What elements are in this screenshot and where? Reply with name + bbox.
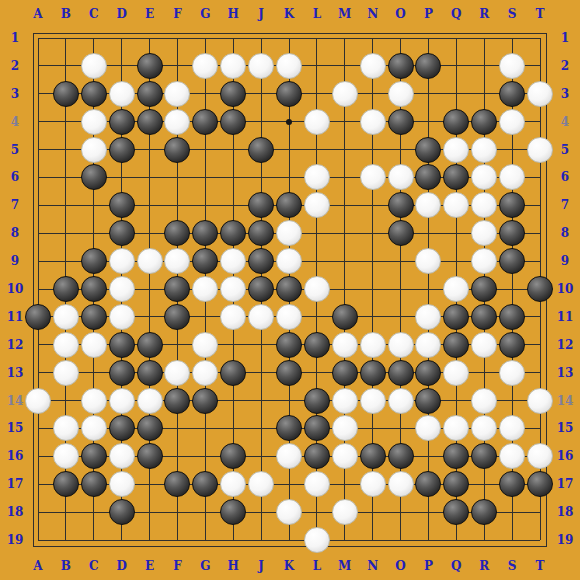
white-stone-N4[interactable] bbox=[360, 109, 386, 135]
white-stone-L7[interactable] bbox=[304, 192, 330, 218]
white-stone-T14[interactable] bbox=[527, 388, 553, 414]
white-stone-Q5[interactable] bbox=[443, 137, 469, 163]
black-stone-E12[interactable] bbox=[137, 332, 163, 358]
row-label-left: 4 bbox=[11, 116, 19, 128]
column-label-top: M bbox=[338, 8, 351, 20]
white-stone-H11[interactable] bbox=[220, 304, 246, 330]
black-stone-D5[interactable] bbox=[109, 137, 135, 163]
black-stone-H3[interactable] bbox=[220, 81, 246, 107]
row-label-right: 9 bbox=[561, 255, 569, 267]
white-stone-R5[interactable] bbox=[471, 137, 497, 163]
white-stone-C4[interactable] bbox=[81, 109, 107, 135]
black-stone-Q11[interactable] bbox=[443, 304, 469, 330]
black-stone-G14[interactable] bbox=[192, 388, 218, 414]
black-stone-D18[interactable] bbox=[109, 499, 135, 525]
row-label-right: 6 bbox=[561, 171, 569, 183]
white-stone-C2[interactable] bbox=[81, 53, 107, 79]
black-stone-Q12[interactable] bbox=[443, 332, 469, 358]
white-stone-K8[interactable] bbox=[276, 220, 302, 246]
white-stone-G13[interactable] bbox=[192, 360, 218, 386]
white-stone-D10[interactable] bbox=[109, 276, 135, 302]
black-stone-O4[interactable] bbox=[388, 109, 414, 135]
white-stone-B13[interactable] bbox=[53, 360, 79, 386]
white-stone-S2[interactable] bbox=[499, 53, 525, 79]
column-label-bottom: J bbox=[258, 560, 264, 572]
white-stone-D11[interactable] bbox=[109, 304, 135, 330]
black-stone-D4[interactable] bbox=[109, 109, 135, 135]
white-stone-J2[interactable] bbox=[248, 53, 274, 79]
white-stone-N14[interactable] bbox=[360, 388, 386, 414]
white-stone-E9[interactable] bbox=[137, 248, 163, 274]
white-stone-N2[interactable] bbox=[360, 53, 386, 79]
white-stone-O17[interactable] bbox=[388, 471, 414, 497]
black-stone-G4[interactable] bbox=[192, 109, 218, 135]
column-label-top: H bbox=[228, 8, 239, 20]
column-label-top: J bbox=[258, 8, 264, 20]
column-label-top: E bbox=[145, 8, 154, 20]
white-stone-F13[interactable] bbox=[164, 360, 190, 386]
black-stone-E3[interactable] bbox=[137, 81, 163, 107]
white-stone-H10[interactable] bbox=[220, 276, 246, 302]
column-label-bottom: L bbox=[313, 560, 321, 572]
column-label-top: S bbox=[508, 8, 517, 20]
white-stone-O12[interactable] bbox=[388, 332, 414, 358]
row-label-left: 10 bbox=[7, 283, 24, 295]
black-stone-P13[interactable] bbox=[415, 360, 441, 386]
row-label-right: 16 bbox=[557, 450, 574, 462]
white-stone-C5[interactable] bbox=[81, 137, 107, 163]
black-stone-L16[interactable] bbox=[304, 443, 330, 469]
black-stone-S11[interactable] bbox=[499, 304, 525, 330]
column-label-bottom: T bbox=[536, 560, 545, 572]
black-stone-O13[interactable] bbox=[388, 360, 414, 386]
black-stone-E16[interactable] bbox=[137, 443, 163, 469]
white-stone-B12[interactable] bbox=[53, 332, 79, 358]
black-stone-O7[interactable] bbox=[388, 192, 414, 218]
black-stone-T17[interactable] bbox=[527, 471, 553, 497]
row-label-left: 9 bbox=[11, 255, 19, 267]
black-stone-O16[interactable] bbox=[388, 443, 414, 469]
white-stone-K11[interactable] bbox=[276, 304, 302, 330]
row-label-left: 13 bbox=[7, 367, 24, 379]
column-label-top: K bbox=[284, 8, 294, 20]
row-label-left: 6 bbox=[11, 171, 19, 183]
white-stone-C12[interactable] bbox=[81, 332, 107, 358]
row-label-right: 5 bbox=[561, 144, 569, 156]
column-label-top: G bbox=[200, 8, 210, 20]
black-stone-B17[interactable] bbox=[53, 471, 79, 497]
column-label-bottom: O bbox=[395, 560, 405, 572]
white-stone-N17[interactable] bbox=[360, 471, 386, 497]
row-label-right: 2 bbox=[561, 60, 569, 72]
column-label-bottom: F bbox=[173, 560, 182, 572]
go-board-screen: AABBCCDDEEFFGGHHJJKKLLMMNNOOPPQQRRSSTT11… bbox=[0, 0, 580, 580]
column-label-top: B bbox=[61, 8, 71, 20]
white-stone-D3[interactable] bbox=[109, 81, 135, 107]
white-stone-M3[interactable] bbox=[332, 81, 358, 107]
white-stone-L19[interactable] bbox=[304, 527, 330, 553]
column-label-top: R bbox=[479, 8, 489, 20]
black-stone-P14[interactable] bbox=[415, 388, 441, 414]
row-label-left: 12 bbox=[7, 339, 24, 351]
column-label-top: N bbox=[367, 8, 378, 20]
column-label-bottom: D bbox=[116, 560, 126, 572]
row-label-left: 18 bbox=[7, 506, 24, 518]
column-label-top: P bbox=[424, 8, 433, 20]
white-stone-B11[interactable] bbox=[53, 304, 79, 330]
column-label-top: F bbox=[173, 8, 182, 20]
column-label-top: L bbox=[313, 8, 321, 20]
row-label-left: 7 bbox=[11, 199, 19, 211]
white-stone-Q13[interactable] bbox=[443, 360, 469, 386]
row-label-left: 16 bbox=[7, 450, 24, 462]
white-stone-M14[interactable] bbox=[332, 388, 358, 414]
white-stone-F4[interactable] bbox=[164, 109, 190, 135]
black-stone-M13[interactable] bbox=[332, 360, 358, 386]
row-label-right: 3 bbox=[561, 88, 569, 100]
row-label-right: 8 bbox=[561, 227, 569, 239]
black-stone-S9[interactable] bbox=[499, 248, 525, 274]
white-stone-C15[interactable] bbox=[81, 415, 107, 441]
black-stone-K10[interactable] bbox=[276, 276, 302, 302]
white-stone-T3[interactable] bbox=[527, 81, 553, 107]
white-stone-N12[interactable] bbox=[360, 332, 386, 358]
white-stone-G2[interactable] bbox=[192, 53, 218, 79]
white-stone-T5[interactable] bbox=[527, 137, 553, 163]
column-label-bottom: R bbox=[479, 560, 489, 572]
column-label-bottom: B bbox=[61, 560, 71, 572]
white-stone-G12[interactable] bbox=[192, 332, 218, 358]
black-stone-B10[interactable] bbox=[53, 276, 79, 302]
white-stone-R14[interactable] bbox=[471, 388, 497, 414]
black-stone-E2[interactable] bbox=[137, 53, 163, 79]
black-stone-E13[interactable] bbox=[137, 360, 163, 386]
row-label-right: 14 bbox=[557, 395, 574, 407]
white-stone-D9[interactable] bbox=[109, 248, 135, 274]
column-label-bottom: S bbox=[508, 560, 517, 572]
row-label-left: 3 bbox=[11, 88, 19, 100]
row-label-left: 14 bbox=[7, 395, 24, 407]
white-stone-F3[interactable] bbox=[164, 81, 190, 107]
white-stone-S13[interactable] bbox=[499, 360, 525, 386]
row-label-left: 5 bbox=[11, 144, 19, 156]
row-label-right: 17 bbox=[557, 478, 574, 490]
row-label-left: 2 bbox=[11, 60, 19, 72]
row-label-left: 11 bbox=[7, 311, 24, 323]
black-stone-S3[interactable] bbox=[499, 81, 525, 107]
row-label-right: 11 bbox=[557, 311, 574, 323]
white-stone-P12[interactable] bbox=[415, 332, 441, 358]
row-label-right: 18 bbox=[557, 506, 574, 518]
black-stone-D13[interactable] bbox=[109, 360, 135, 386]
row-label-right: 15 bbox=[557, 422, 574, 434]
black-stone-K12[interactable] bbox=[276, 332, 302, 358]
black-stone-F5[interactable] bbox=[164, 137, 190, 163]
row-label-left: 19 bbox=[7, 534, 24, 546]
black-stone-L14[interactable] bbox=[304, 388, 330, 414]
white-stone-R12[interactable] bbox=[471, 332, 497, 358]
white-stone-L4[interactable] bbox=[304, 109, 330, 135]
black-stone-C16[interactable] bbox=[81, 443, 107, 469]
white-stone-O14[interactable] bbox=[388, 388, 414, 414]
row-label-left: 8 bbox=[11, 227, 19, 239]
column-label-bottom: C bbox=[89, 560, 99, 572]
white-stone-O6[interactable] bbox=[388, 164, 414, 190]
black-stone-E15[interactable] bbox=[137, 415, 163, 441]
black-stone-S12[interactable] bbox=[499, 332, 525, 358]
black-stone-C10[interactable] bbox=[81, 276, 107, 302]
white-stone-K18[interactable] bbox=[276, 499, 302, 525]
black-stone-Q4[interactable] bbox=[443, 109, 469, 135]
black-stone-C9[interactable] bbox=[81, 248, 107, 274]
black-stone-J9[interactable] bbox=[248, 248, 274, 274]
black-stone-R10[interactable] bbox=[471, 276, 497, 302]
white-stone-O3[interactable] bbox=[388, 81, 414, 107]
row-label-left: 15 bbox=[7, 422, 24, 434]
white-stone-S4[interactable] bbox=[499, 109, 525, 135]
row-label-right: 19 bbox=[557, 534, 574, 546]
white-stone-M18[interactable] bbox=[332, 499, 358, 525]
black-stone-D8[interactable] bbox=[109, 220, 135, 246]
row-label-right: 13 bbox=[557, 367, 574, 379]
black-stone-F14[interactable] bbox=[164, 388, 190, 414]
column-label-top: T bbox=[536, 8, 545, 20]
black-stone-K3[interactable] bbox=[276, 81, 302, 107]
black-stone-D15[interactable] bbox=[109, 415, 135, 441]
black-stone-J10[interactable] bbox=[248, 276, 274, 302]
column-label-bottom: E bbox=[145, 560, 154, 572]
white-stone-D17[interactable] bbox=[109, 471, 135, 497]
white-stone-K9[interactable] bbox=[276, 248, 302, 274]
star-point bbox=[286, 119, 292, 125]
column-label-bottom: N bbox=[367, 560, 378, 572]
column-label-bottom: M bbox=[338, 560, 351, 572]
black-stone-N13[interactable] bbox=[360, 360, 386, 386]
column-label-bottom: G bbox=[200, 560, 210, 572]
white-stone-J11[interactable] bbox=[248, 304, 274, 330]
white-stone-B16[interactable] bbox=[53, 443, 79, 469]
column-label-top: C bbox=[89, 8, 99, 20]
white-stone-L10[interactable] bbox=[304, 276, 330, 302]
column-label-top: D bbox=[116, 8, 126, 20]
black-stone-E4[interactable] bbox=[137, 109, 163, 135]
black-stone-H13[interactable] bbox=[220, 360, 246, 386]
black-stone-R11[interactable] bbox=[471, 304, 497, 330]
black-stone-C17[interactable] bbox=[81, 471, 107, 497]
white-stone-E14[interactable] bbox=[137, 388, 163, 414]
black-stone-C6[interactable] bbox=[81, 164, 107, 190]
black-stone-N16[interactable] bbox=[360, 443, 386, 469]
black-stone-C3[interactable] bbox=[81, 81, 107, 107]
white-stone-D14[interactable] bbox=[109, 388, 135, 414]
grid-line-horizontal bbox=[38, 540, 540, 541]
black-stone-P5[interactable] bbox=[415, 137, 441, 163]
black-stone-A11[interactable] bbox=[25, 304, 51, 330]
column-label-bottom: A bbox=[33, 560, 42, 572]
white-stone-T16[interactable] bbox=[527, 443, 553, 469]
black-stone-M11[interactable] bbox=[332, 304, 358, 330]
black-stone-J5[interactable] bbox=[248, 137, 274, 163]
row-label-right: 4 bbox=[561, 116, 569, 128]
black-stone-H4[interactable] bbox=[220, 109, 246, 135]
white-stone-M12[interactable] bbox=[332, 332, 358, 358]
column-label-top: A bbox=[33, 8, 42, 20]
white-stone-M15[interactable] bbox=[332, 415, 358, 441]
white-stone-M16[interactable] bbox=[332, 443, 358, 469]
white-stone-H2[interactable] bbox=[220, 53, 246, 79]
row-label-right: 12 bbox=[557, 339, 574, 351]
white-stone-D16[interactable] bbox=[109, 443, 135, 469]
white-stone-A14[interactable] bbox=[25, 388, 51, 414]
black-stone-T10[interactable] bbox=[527, 276, 553, 302]
black-stone-O2[interactable] bbox=[388, 53, 414, 79]
column-label-top: O bbox=[395, 8, 405, 20]
black-stone-O8[interactable] bbox=[388, 220, 414, 246]
black-stone-D7[interactable] bbox=[109, 192, 135, 218]
white-stone-K2[interactable] bbox=[276, 53, 302, 79]
grid-line-vertical bbox=[428, 38, 429, 540]
black-stone-C11[interactable] bbox=[81, 304, 107, 330]
row-label-right: 1 bbox=[561, 32, 569, 44]
column-label-top: Q bbox=[451, 8, 461, 20]
row-label-right: 7 bbox=[561, 199, 569, 211]
column-label-bottom: Q bbox=[451, 560, 461, 572]
column-label-bottom: H bbox=[228, 560, 239, 572]
black-stone-B3[interactable] bbox=[53, 81, 79, 107]
black-stone-K13[interactable] bbox=[276, 360, 302, 386]
white-stone-L17[interactable] bbox=[304, 471, 330, 497]
row-label-left: 17 bbox=[7, 478, 24, 490]
black-stone-L12[interactable] bbox=[304, 332, 330, 358]
row-label-right: 10 bbox=[557, 283, 574, 295]
black-stone-R4[interactable] bbox=[471, 109, 497, 135]
white-stone-N6[interactable] bbox=[360, 164, 386, 190]
column-label-bottom: K bbox=[284, 560, 294, 572]
white-stone-C14[interactable] bbox=[81, 388, 107, 414]
black-stone-D12[interactable] bbox=[109, 332, 135, 358]
column-label-bottom: P bbox=[424, 560, 433, 572]
row-label-left: 1 bbox=[11, 32, 19, 44]
